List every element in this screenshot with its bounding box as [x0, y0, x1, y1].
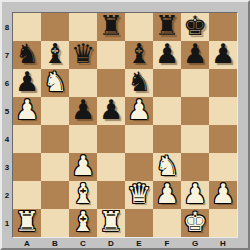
rank-label: 5 — [2, 97, 12, 125]
square-b5[interactable] — [41, 97, 69, 125]
file-label: C — [69, 238, 97, 248]
square-g5[interactable] — [181, 97, 209, 125]
square-e5[interactable]: ♟ — [125, 97, 153, 125]
square-g1[interactable]: ♚ — [181, 209, 209, 237]
chess-app-window: 87654321 ♜♜♚♞♝♛♝♟♟♟♟♞♞♟♟♟♟♟♞♝♛♟♟♟♜♝♜♚ AB… — [0, 0, 250, 250]
square-a3[interactable] — [13, 153, 41, 181]
square-f8[interactable]: ♜ — [153, 13, 181, 41]
square-e4[interactable] — [125, 125, 153, 153]
piece-white-knight[interactable]: ♞ — [155, 153, 179, 180]
square-f4[interactable] — [153, 125, 181, 153]
piece-black-pawn[interactable]: ♟ — [183, 41, 207, 68]
square-a6[interactable]: ♟ — [13, 69, 41, 97]
piece-black-pawn[interactable]: ♟ — [211, 41, 235, 68]
square-f5[interactable] — [153, 97, 181, 125]
file-label: E — [125, 238, 153, 248]
square-b1[interactable] — [41, 209, 69, 237]
square-g7[interactable]: ♟ — [181, 41, 209, 69]
file-label: A — [13, 238, 41, 248]
rank-coordinates: 87654321 — [2, 13, 12, 237]
square-g8[interactable]: ♚ — [181, 13, 209, 41]
piece-black-pawn[interactable]: ♟ — [155, 41, 179, 68]
chess-board: ♜♜♚♞♝♛♝♟♟♟♟♞♞♟♟♟♟♟♞♝♛♟♟♟♜♝♜♚ — [13, 13, 237, 237]
file-label: G — [181, 238, 209, 248]
piece-black-knight[interactable]: ♞ — [127, 69, 151, 96]
piece-white-rook[interactable]: ♜ — [15, 209, 39, 236]
piece-black-king[interactable]: ♚ — [183, 13, 207, 40]
square-f3[interactable]: ♞ — [153, 153, 181, 181]
square-a2[interactable] — [13, 181, 41, 209]
piece-white-pawn[interactable]: ♟ — [211, 181, 235, 208]
piece-black-queen[interactable]: ♛ — [71, 41, 95, 68]
square-a5[interactable]: ♟ — [13, 97, 41, 125]
piece-white-pawn[interactable]: ♟ — [127, 97, 151, 124]
square-h6[interactable] — [209, 69, 237, 97]
file-label: F — [153, 238, 181, 248]
square-c2[interactable]: ♝ — [69, 181, 97, 209]
square-g2[interactable]: ♟ — [181, 181, 209, 209]
square-c7[interactable]: ♛ — [69, 41, 97, 69]
square-h8[interactable] — [209, 13, 237, 41]
board-border: ♜♜♚♞♝♛♝♟♟♟♟♞♞♟♟♟♟♟♞♝♛♟♟♟♜♝♜♚ — [12, 12, 238, 238]
square-d2[interactable] — [97, 181, 125, 209]
piece-white-rook[interactable]: ♜ — [99, 209, 123, 236]
square-h7[interactable]: ♟ — [209, 41, 237, 69]
rank-label: 3 — [2, 153, 12, 181]
piece-white-pawn[interactable]: ♟ — [155, 181, 179, 208]
piece-white-king[interactable]: ♚ — [183, 209, 207, 236]
file-label: B — [41, 238, 69, 248]
square-h3[interactable] — [209, 153, 237, 181]
square-e3[interactable] — [125, 153, 153, 181]
piece-white-bishop[interactable]: ♝ — [71, 181, 95, 208]
square-c3[interactable]: ♟ — [69, 153, 97, 181]
rank-label: 8 — [2, 13, 12, 41]
square-c1[interactable]: ♝ — [69, 209, 97, 237]
piece-black-rook[interactable]: ♜ — [99, 13, 123, 40]
square-e8[interactable] — [125, 13, 153, 41]
square-d5[interactable]: ♟ — [97, 97, 125, 125]
square-f1[interactable] — [153, 209, 181, 237]
square-d7[interactable] — [97, 41, 125, 69]
square-a4[interactable] — [13, 125, 41, 153]
file-label: D — [97, 238, 125, 248]
piece-black-pawn[interactable]: ♟ — [15, 69, 39, 96]
square-b7[interactable]: ♝ — [41, 41, 69, 69]
square-c6[interactable] — [69, 69, 97, 97]
square-c5[interactable]: ♟ — [69, 97, 97, 125]
piece-black-bishop[interactable]: ♝ — [43, 41, 67, 68]
square-b8[interactable] — [41, 13, 69, 41]
square-b2[interactable] — [41, 181, 69, 209]
square-a8[interactable] — [13, 13, 41, 41]
piece-white-pawn[interactable]: ♟ — [71, 153, 95, 180]
square-b4[interactable] — [41, 125, 69, 153]
square-f7[interactable]: ♟ — [153, 41, 181, 69]
piece-white-knight[interactable]: ♞ — [43, 69, 67, 96]
square-c8[interactable] — [69, 13, 97, 41]
rank-label: 1 — [2, 209, 12, 237]
square-h1[interactable] — [209, 209, 237, 237]
piece-white-pawn[interactable]: ♟ — [183, 181, 207, 208]
square-b6[interactable]: ♞ — [41, 69, 69, 97]
square-h5[interactable] — [209, 97, 237, 125]
file-coordinates: ABCDEFGH — [13, 238, 237, 248]
square-e7[interactable]: ♝ — [125, 41, 153, 69]
square-e6[interactable]: ♞ — [125, 69, 153, 97]
square-f2[interactable]: ♟ — [153, 181, 181, 209]
square-e1[interactable] — [125, 209, 153, 237]
square-g3[interactable] — [181, 153, 209, 181]
rank-label: 2 — [2, 181, 12, 209]
square-e2[interactable]: ♛ — [125, 181, 153, 209]
square-d1[interactable]: ♜ — [97, 209, 125, 237]
square-g4[interactable] — [181, 125, 209, 153]
square-d4[interactable] — [97, 125, 125, 153]
piece-black-bishop[interactable]: ♝ — [127, 41, 151, 68]
square-d8[interactable]: ♜ — [97, 13, 125, 41]
square-h2[interactable]: ♟ — [209, 181, 237, 209]
square-d3[interactable] — [97, 153, 125, 181]
piece-white-bishop[interactable]: ♝ — [71, 209, 95, 236]
square-d6[interactable] — [97, 69, 125, 97]
square-c4[interactable] — [69, 125, 97, 153]
rank-label: 4 — [2, 125, 12, 153]
file-label: H — [209, 238, 237, 248]
rank-label: 6 — [2, 69, 12, 97]
square-f6[interactable] — [153, 69, 181, 97]
piece-black-rook[interactable]: ♜ — [155, 13, 179, 40]
piece-white-queen[interactable]: ♛ — [127, 181, 151, 208]
piece-black-pawn[interactable]: ♟ — [99, 97, 123, 124]
square-b3[interactable] — [41, 153, 69, 181]
square-a7[interactable]: ♞ — [13, 41, 41, 69]
piece-black-pawn[interactable]: ♟ — [71, 97, 95, 124]
square-g6[interactable] — [181, 69, 209, 97]
square-h4[interactable] — [209, 125, 237, 153]
piece-white-pawn[interactable]: ♟ — [15, 97, 39, 124]
piece-black-knight[interactable]: ♞ — [15, 41, 39, 68]
rank-label: 7 — [2, 41, 12, 69]
square-a1[interactable]: ♜ — [13, 209, 41, 237]
